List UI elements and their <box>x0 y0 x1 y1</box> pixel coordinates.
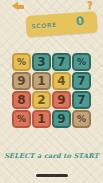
tile-r4c3[interactable]: 9 <box>52 110 71 128</box>
back-button[interactable] <box>12 2 25 11</box>
game-screen: ? SCORE 0 %37%91478297%19% SELECT a card… <box>0 0 103 183</box>
tile-r3c3[interactable]: 9 <box>52 91 71 109</box>
back-arrow-icon-tail <box>17 5 24 9</box>
tile-r3c1[interactable]: 8 <box>12 91 31 109</box>
tile-r4c1[interactable]: % <box>12 110 31 128</box>
tile-r4c4[interactable]: % <box>72 110 91 128</box>
card-grid: %37%91478297%19% <box>12 53 91 128</box>
score-label: SCORE <box>31 21 57 30</box>
tile-r1c2[interactable]: 3 <box>32 53 51 71</box>
drawer-handle-bar <box>36 174 68 177</box>
tile-r3c4[interactable]: 7 <box>72 91 91 109</box>
tile-r2c2[interactable]: 1 <box>32 72 51 90</box>
tile-r3c2[interactable]: 2 <box>32 91 51 109</box>
tile-r2c3[interactable]: 4 <box>52 72 71 90</box>
score-panel: SCORE 0 <box>26 11 98 37</box>
tile-r1c4[interactable]: % <box>72 53 91 71</box>
tile-r1c3[interactable]: 7 <box>52 53 71 71</box>
tile-r2c4[interactable]: 7 <box>72 72 91 90</box>
tile-r2c1[interactable]: 9 <box>12 72 31 90</box>
start-message: SELECT a card to START <box>0 152 103 160</box>
tile-r1c1[interactable]: % <box>12 53 31 71</box>
tile-r4c2[interactable]: 1 <box>32 110 51 128</box>
score-value: 0 <box>75 14 84 29</box>
